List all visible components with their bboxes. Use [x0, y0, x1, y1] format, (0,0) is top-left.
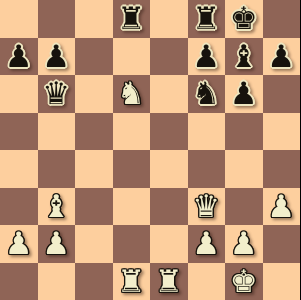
square-d3[interactable] — [113, 188, 151, 226]
square-h2[interactable] — [263, 225, 301, 263]
square-d8[interactable]: ♜ — [113, 0, 151, 38]
chess-board: ♜♜♚♟♟♟♝♟♛♞♞♟♝♛♟♟♟♟♟♜♜♚ — [0, 0, 300, 300]
piece-white-pawn[interactable]: ♟ — [192, 225, 220, 263]
square-e3[interactable] — [150, 188, 188, 226]
piece-white-pawn[interactable]: ♟ — [42, 225, 70, 263]
piece-white-pawn[interactable]: ♟ — [230, 225, 258, 263]
square-f3[interactable]: ♛ — [188, 188, 226, 226]
square-e5[interactable] — [150, 113, 188, 151]
square-a6[interactable] — [0, 75, 38, 113]
square-f2[interactable]: ♟ — [188, 225, 226, 263]
square-d6[interactable]: ♞ — [113, 75, 151, 113]
square-f4[interactable] — [188, 150, 226, 188]
square-h7[interactable]: ♟ — [263, 38, 301, 76]
piece-white-rook[interactable]: ♜ — [155, 263, 183, 300]
square-a2[interactable]: ♟ — [0, 225, 38, 263]
piece-black-pawn[interactable]: ♟ — [230, 75, 258, 113]
square-a8[interactable] — [0, 0, 38, 38]
piece-white-rook[interactable]: ♜ — [117, 263, 145, 300]
square-e1[interactable]: ♜ — [150, 263, 188, 300]
square-a1[interactable] — [0, 263, 38, 300]
square-f1[interactable] — [188, 263, 226, 300]
square-g7[interactable]: ♝ — [225, 38, 263, 76]
square-b8[interactable] — [38, 0, 76, 38]
square-d7[interactable] — [113, 38, 151, 76]
square-h3[interactable]: ♟ — [263, 188, 301, 226]
piece-black-king[interactable]: ♚ — [230, 0, 258, 38]
square-g6[interactable]: ♟ — [225, 75, 263, 113]
square-c6[interactable] — [75, 75, 113, 113]
square-a5[interactable] — [0, 113, 38, 151]
square-d1[interactable]: ♜ — [113, 263, 151, 300]
square-a4[interactable] — [0, 150, 38, 188]
piece-black-pawn[interactable]: ♟ — [192, 38, 220, 76]
piece-black-knight[interactable]: ♞ — [192, 75, 220, 113]
piece-white-pawn[interactable]: ♟ — [5, 225, 33, 263]
piece-white-bishop[interactable]: ♝ — [42, 188, 70, 226]
square-h8[interactable] — [263, 0, 301, 38]
square-c8[interactable] — [75, 0, 113, 38]
square-h6[interactable] — [263, 75, 301, 113]
piece-white-king[interactable]: ♚ — [230, 263, 258, 300]
piece-black-rook[interactable]: ♜ — [192, 0, 220, 38]
square-b1[interactable] — [38, 263, 76, 300]
square-b6[interactable]: ♛ — [38, 75, 76, 113]
piece-black-queen[interactable]: ♛ — [42, 75, 70, 113]
square-g5[interactable] — [225, 113, 263, 151]
square-e8[interactable] — [150, 0, 188, 38]
square-b4[interactable] — [38, 150, 76, 188]
square-g4[interactable] — [225, 150, 263, 188]
square-c5[interactable] — [75, 113, 113, 151]
square-c7[interactable] — [75, 38, 113, 76]
square-f7[interactable]: ♟ — [188, 38, 226, 76]
square-b7[interactable]: ♟ — [38, 38, 76, 76]
square-a3[interactable] — [0, 188, 38, 226]
square-b5[interactable] — [38, 113, 76, 151]
square-c4[interactable] — [75, 150, 113, 188]
square-g2[interactable]: ♟ — [225, 225, 263, 263]
piece-black-bishop[interactable]: ♝ — [230, 38, 258, 76]
square-g8[interactable]: ♚ — [225, 0, 263, 38]
square-d4[interactable] — [113, 150, 151, 188]
square-f5[interactable] — [188, 113, 226, 151]
square-g3[interactable] — [225, 188, 263, 226]
square-e7[interactable] — [150, 38, 188, 76]
square-g1[interactable]: ♚ — [225, 263, 263, 300]
square-c2[interactable] — [75, 225, 113, 263]
square-e4[interactable] — [150, 150, 188, 188]
piece-white-knight[interactable]: ♞ — [117, 75, 145, 113]
piece-black-pawn[interactable]: ♟ — [267, 38, 295, 76]
square-f8[interactable]: ♜ — [188, 0, 226, 38]
square-h1[interactable] — [263, 263, 301, 300]
square-f6[interactable]: ♞ — [188, 75, 226, 113]
square-c1[interactable] — [75, 263, 113, 300]
square-d5[interactable] — [113, 113, 151, 151]
square-h5[interactable] — [263, 113, 301, 151]
square-b3[interactable]: ♝ — [38, 188, 76, 226]
piece-white-queen[interactable]: ♛ — [192, 188, 220, 226]
square-h4[interactable] — [263, 150, 301, 188]
square-e6[interactable] — [150, 75, 188, 113]
square-e2[interactable] — [150, 225, 188, 263]
square-c3[interactable] — [75, 188, 113, 226]
piece-black-rook[interactable]: ♜ — [117, 0, 145, 38]
square-b2[interactable]: ♟ — [38, 225, 76, 263]
piece-black-pawn[interactable]: ♟ — [5, 38, 33, 76]
piece-black-pawn[interactable]: ♟ — [42, 38, 70, 76]
square-d2[interactable] — [113, 225, 151, 263]
square-a7[interactable]: ♟ — [0, 38, 38, 76]
piece-white-pawn[interactable]: ♟ — [267, 188, 295, 226]
